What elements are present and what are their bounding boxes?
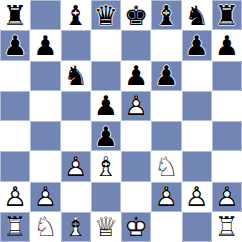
white-knight-fill-icon: ♞ xyxy=(30,212,60,242)
square-f5[interactable] xyxy=(151,91,181,121)
square-a8[interactable]: ♜ xyxy=(0,0,30,30)
piece-black-king[interactable]: ♚ xyxy=(121,0,151,30)
square-e3[interactable] xyxy=(121,151,151,181)
square-a7[interactable]: ♟ xyxy=(0,30,30,60)
square-e6[interactable]: ♟ xyxy=(121,61,151,91)
square-b7[interactable]: ♟ xyxy=(30,30,60,60)
piece-white-pawn[interactable]: ♟♙ xyxy=(61,151,91,181)
white-pawn-fill-icon: ♟ xyxy=(212,182,242,212)
square-c4[interactable] xyxy=(61,121,91,151)
black-rook-icon: ♜ xyxy=(0,0,30,30)
square-c8[interactable]: ♝ xyxy=(61,0,91,30)
white-pawn-outline-icon: ♙ xyxy=(30,182,60,212)
square-b5[interactable] xyxy=(30,91,60,121)
piece-white-queen[interactable]: ♛♕ xyxy=(91,212,121,242)
white-pawn-outline-icon: ♙ xyxy=(212,182,242,212)
square-g8[interactable]: ♞ xyxy=(182,0,212,30)
piece-black-pawn[interactable]: ♟ xyxy=(151,61,181,91)
square-e5[interactable]: ♟♙ xyxy=(121,91,151,121)
black-pawn-icon: ♟ xyxy=(91,91,121,121)
square-e1[interactable]: ♚♔ xyxy=(121,212,151,242)
white-knight-outline-icon: ♘ xyxy=(151,151,181,181)
square-f3[interactable]: ♞♘ xyxy=(151,151,181,181)
square-c1[interactable]: ♝♗ xyxy=(61,212,91,242)
white-pawn-fill-icon: ♟ xyxy=(121,91,151,121)
white-bishop-outline-icon: ♗ xyxy=(61,212,91,242)
white-pawn-fill-icon: ♟ xyxy=(151,182,181,212)
white-king-outline-icon: ♔ xyxy=(121,212,151,242)
square-h7[interactable]: ♟ xyxy=(212,30,242,60)
black-pawn-icon: ♟ xyxy=(91,121,121,151)
piece-black-queen[interactable]: ♛ xyxy=(91,0,121,30)
square-b8[interactable] xyxy=(30,0,60,30)
black-bishop-icon: ♝ xyxy=(151,0,181,30)
square-e4[interactable] xyxy=(121,121,151,151)
square-h5[interactable] xyxy=(212,91,242,121)
piece-black-rook[interactable]: ♜ xyxy=(0,0,30,30)
square-d5[interactable]: ♟ xyxy=(91,91,121,121)
black-pawn-icon: ♟ xyxy=(0,30,30,60)
square-g4[interactable] xyxy=(182,121,212,151)
square-e8[interactable]: ♚ xyxy=(121,0,151,30)
white-pawn-fill-icon: ♟ xyxy=(61,151,91,181)
piece-black-pawn[interactable]: ♟ xyxy=(30,30,60,60)
piece-white-knight[interactable]: ♞♘ xyxy=(151,151,181,181)
square-g5[interactable] xyxy=(182,91,212,121)
square-h3[interactable] xyxy=(212,151,242,181)
piece-black-bishop[interactable]: ♝ xyxy=(61,0,91,30)
piece-white-pawn[interactable]: ♟♙ xyxy=(182,182,212,212)
piece-black-pawn[interactable]: ♟ xyxy=(91,91,121,121)
square-d4[interactable]: ♟ xyxy=(91,121,121,151)
black-pawn-icon: ♟ xyxy=(212,30,242,60)
black-bishop-icon: ♝ xyxy=(61,0,91,30)
square-a4[interactable] xyxy=(0,121,30,151)
white-pawn-outline-icon: ♙ xyxy=(121,91,151,121)
white-pawn-outline-icon: ♙ xyxy=(151,182,181,212)
piece-white-pawn[interactable]: ♟♙ xyxy=(0,182,30,212)
piece-white-pawn[interactable]: ♟♙ xyxy=(121,91,151,121)
white-pawn-fill-icon: ♟ xyxy=(0,182,30,212)
white-pawn-outline-icon: ♙ xyxy=(61,151,91,181)
square-e7[interactable] xyxy=(121,30,151,60)
square-h2[interactable]: ♟♙ xyxy=(212,182,242,212)
black-pawn-icon: ♟ xyxy=(182,30,212,60)
white-pawn-outline-icon: ♙ xyxy=(182,182,212,212)
square-c7[interactable] xyxy=(61,30,91,60)
square-b4[interactable] xyxy=(30,121,60,151)
square-a3[interactable] xyxy=(0,151,30,181)
square-h1[interactable]: ♜♖ xyxy=(212,212,242,242)
square-f4[interactable] xyxy=(151,121,181,151)
piece-black-knight[interactable]: ♞ xyxy=(182,0,212,30)
square-c5[interactable] xyxy=(61,91,91,121)
square-f6[interactable]: ♟ xyxy=(151,61,181,91)
piece-white-bishop[interactable]: ♝♗ xyxy=(61,212,91,242)
square-d2[interactable] xyxy=(91,182,121,212)
square-a6[interactable] xyxy=(0,61,30,91)
square-g1[interactable] xyxy=(182,212,212,242)
black-knight-icon: ♞ xyxy=(61,61,91,91)
square-b2[interactable]: ♟♙ xyxy=(30,182,60,212)
white-pawn-fill-icon: ♟ xyxy=(182,182,212,212)
square-h8[interactable]: ♜ xyxy=(212,0,242,30)
square-c3[interactable]: ♟♙ xyxy=(61,151,91,181)
white-pawn-fill-icon: ♟ xyxy=(30,182,60,212)
square-b1[interactable]: ♞♘ xyxy=(30,212,60,242)
square-d8[interactable]: ♛ xyxy=(91,0,121,30)
square-h4[interactable] xyxy=(212,121,242,151)
square-f7[interactable] xyxy=(151,30,181,60)
piece-white-pawn[interactable]: ♟♙ xyxy=(212,182,242,212)
square-g7[interactable]: ♟ xyxy=(182,30,212,60)
piece-white-king[interactable]: ♚♔ xyxy=(121,212,151,242)
square-d7[interactable] xyxy=(91,30,121,60)
black-king-icon: ♚ xyxy=(121,0,151,30)
piece-black-rook[interactable]: ♜ xyxy=(212,0,242,30)
black-pawn-icon: ♟ xyxy=(121,61,151,91)
piece-white-pawn[interactable]: ♟♙ xyxy=(30,182,60,212)
chess-board: ♜♝♛♚♝♞♜♟♟♟♟♞♟♟♟♟♙♟♟♙♝♗♞♘♟♙♟♙♟♙♟♙♟♙♜♖♞♘♝♗… xyxy=(0,0,242,242)
black-pawn-icon: ♟ xyxy=(151,61,181,91)
piece-black-pawn[interactable]: ♟ xyxy=(212,30,242,60)
piece-white-bishop[interactable]: ♝♗ xyxy=(91,151,121,181)
square-g2[interactable]: ♟♙ xyxy=(182,182,212,212)
white-rook-fill-icon: ♜ xyxy=(0,212,30,242)
piece-black-bishop[interactable]: ♝ xyxy=(151,0,181,30)
piece-white-knight[interactable]: ♞♘ xyxy=(30,212,60,242)
black-knight-icon: ♞ xyxy=(182,0,212,30)
square-d6[interactable] xyxy=(91,61,121,91)
square-b3[interactable] xyxy=(30,151,60,181)
piece-black-pawn[interactable]: ♟ xyxy=(182,30,212,60)
square-c2[interactable] xyxy=(61,182,91,212)
square-a1[interactable]: ♜♖ xyxy=(0,212,30,242)
black-pawn-icon: ♟ xyxy=(30,30,60,60)
piece-black-pawn[interactable]: ♟ xyxy=(121,61,151,91)
white-queen-fill-icon: ♛ xyxy=(91,212,121,242)
white-rook-outline-icon: ♖ xyxy=(212,212,242,242)
square-g6[interactable] xyxy=(182,61,212,91)
white-knight-fill-icon: ♞ xyxy=(151,151,181,181)
square-h6[interactable] xyxy=(212,61,242,91)
square-a5[interactable] xyxy=(0,91,30,121)
piece-white-pawn[interactable]: ♟♙ xyxy=(151,182,181,212)
square-d1[interactable]: ♛♕ xyxy=(91,212,121,242)
black-rook-icon: ♜ xyxy=(212,0,242,30)
white-rook-fill-icon: ♜ xyxy=(212,212,242,242)
white-knight-outline-icon: ♘ xyxy=(30,212,60,242)
square-f8[interactable]: ♝ xyxy=(151,0,181,30)
piece-white-rook[interactable]: ♜♖ xyxy=(0,212,30,242)
square-a2[interactable]: ♟♙ xyxy=(0,182,30,212)
piece-black-pawn[interactable]: ♟ xyxy=(91,121,121,151)
square-f2[interactable]: ♟♙ xyxy=(151,182,181,212)
white-bishop-outline-icon: ♗ xyxy=(91,151,121,181)
white-bishop-fill-icon: ♝ xyxy=(91,151,121,181)
square-e2[interactable] xyxy=(121,182,151,212)
square-g3[interactable] xyxy=(182,151,212,181)
white-pawn-outline-icon: ♙ xyxy=(0,182,30,212)
square-b6[interactable] xyxy=(30,61,60,91)
white-queen-outline-icon: ♕ xyxy=(91,212,121,242)
white-king-fill-icon: ♚ xyxy=(121,212,151,242)
square-c6[interactable]: ♞ xyxy=(61,61,91,91)
piece-white-rook[interactable]: ♜♖ xyxy=(212,212,242,242)
square-d3[interactable]: ♝♗ xyxy=(91,151,121,181)
white-bishop-fill-icon: ♝ xyxy=(61,212,91,242)
black-queen-icon: ♛ xyxy=(91,0,121,30)
piece-black-pawn[interactable]: ♟ xyxy=(0,30,30,60)
piece-black-knight[interactable]: ♞ xyxy=(61,61,91,91)
square-f1[interactable] xyxy=(151,212,181,242)
white-rook-outline-icon: ♖ xyxy=(0,212,30,242)
